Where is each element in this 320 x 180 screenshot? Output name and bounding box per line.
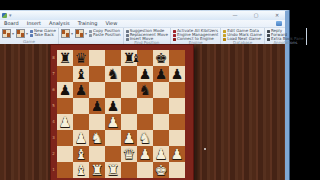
square-h4[interactable]	[169, 114, 185, 130]
rank-label-2: 2	[50, 146, 57, 162]
square-b6[interactable]: ♟	[73, 82, 89, 98]
square-e1[interactable]	[121, 162, 137, 178]
square-d5[interactable]: ♟	[105, 98, 121, 114]
square-d3[interactable]	[105, 130, 121, 146]
command-icon	[30, 34, 33, 37]
square-c8[interactable]	[89, 50, 105, 66]
piece-white-king[interactable]: ♚	[153, 162, 169, 178]
dropdown-caret-icon: ▾	[12, 30, 14, 37]
maximize-button[interactable]: ▢	[251, 11, 261, 20]
rank-label-7: 7	[50, 66, 57, 82]
square-a4[interactable]: ♟	[57, 114, 73, 130]
square-g7[interactable]: ♟	[153, 66, 169, 82]
tab-analysis[interactable]: Analysis	[45, 20, 74, 27]
piece-white-queen[interactable]: ♛	[121, 146, 137, 162]
square-a2[interactable]	[57, 146, 73, 162]
piece-black-pawn[interactable]: ♟	[89, 98, 105, 114]
piece-white-pawn[interactable]: ♟	[73, 130, 89, 146]
square-h3[interactable]	[169, 130, 185, 146]
help-icon[interactable]	[276, 21, 282, 26]
desktop: { "game": { "name": "chess", "position":…	[0, 0, 320, 180]
square-g5[interactable]	[153, 98, 169, 114]
board-thumbnail-icon	[2, 29, 11, 38]
rank-label-8: 8	[50, 50, 57, 66]
ribbon-big-button[interactable]: ▾	[75, 29, 87, 38]
piece-black-pawn[interactable]: ♟	[169, 66, 185, 82]
square-f3[interactable]: ♞	[137, 130, 153, 146]
tab-training[interactable]: Training	[74, 20, 102, 27]
square-d8[interactable]	[105, 50, 121, 66]
ribbon-big-button[interactable]: ▾	[16, 29, 28, 38]
piece-white-pawn[interactable]: ♟	[121, 130, 137, 146]
rank-labels: 87654321	[50, 50, 57, 178]
rank-label-3: 3	[50, 130, 57, 146]
close-button[interactable]: ✕	[272, 11, 282, 20]
dropdown-caret-icon: ▾	[85, 30, 87, 37]
tab-view[interactable]: View	[101, 20, 121, 27]
ribbon-group-engine: Activate All KibitzersEngine ManagementC…	[171, 28, 221, 45]
ribbon-command-take-back[interactable]: Take Back	[30, 33, 56, 37]
ribbon-big-button[interactable]: ▾	[2, 29, 14, 38]
board-thumbnail-icon	[61, 29, 70, 38]
chess-board[interactable]: ♜♛♜♚♝♞♟♟♟♟♟♞♟♟♟♟♟♞♟♞♝♛♟♟♟♝♜♜♚	[57, 50, 185, 178]
square-e3[interactable]: ♟	[121, 130, 137, 146]
ribbon-command-paste-position[interactable]: Paste Position	[89, 33, 121, 37]
ribbon-group-database: Edit Game DataUndo Mark GameLoad Next Ga…	[221, 28, 265, 45]
square-c6[interactable]	[89, 82, 105, 98]
ribbon-tab-row: Board Insert Analysis Training View	[0, 20, 285, 28]
minimize-button[interactable]: —	[230, 11, 240, 20]
square-h5[interactable]	[169, 98, 185, 114]
square-e7[interactable]	[121, 66, 137, 82]
square-d4[interactable]: ♟	[105, 114, 121, 130]
square-a3[interactable]	[57, 130, 73, 146]
square-c1[interactable]: ♜	[89, 162, 105, 178]
command-label: Take Back	[34, 33, 54, 37]
dragged-black-bishop-piece[interactable]: ♝	[131, 53, 141, 64]
square-f5[interactable]	[137, 98, 153, 114]
ribbon-big-button[interactable]: ▾	[61, 29, 73, 38]
square-b4[interactable]	[73, 114, 89, 130]
piece-black-pawn[interactable]: ♟	[57, 82, 73, 98]
window-controls: — ▢ ✕	[230, 11, 282, 20]
ribbon-group-game: ▾▾New GameTake BackGame	[0, 28, 59, 45]
piece-black-pawn[interactable]: ♟	[153, 66, 169, 82]
quick-access-caret-icon[interactable]: ▾	[9, 12, 12, 18]
square-b5[interactable]	[73, 98, 89, 114]
piece-white-pawn[interactable]: ♟	[57, 114, 73, 130]
square-a5[interactable]	[57, 98, 73, 114]
square-d1[interactable]: ♜	[105, 162, 121, 178]
piece-white-pawn[interactable]: ♟	[169, 146, 185, 162]
rank-label-4: 4	[50, 114, 57, 130]
piece-white-rook[interactable]: ♜	[89, 162, 105, 178]
square-h1[interactable]	[169, 162, 185, 178]
square-d6[interactable]	[105, 82, 121, 98]
piece-white-pawn[interactable]: ♟	[105, 114, 121, 130]
square-c4[interactable]	[89, 114, 105, 130]
square-a1[interactable]	[57, 162, 73, 178]
square-g2[interactable]: ♟	[153, 146, 169, 162]
square-f2[interactable]: ♟	[137, 146, 153, 162]
square-d2[interactable]	[105, 146, 121, 162]
piece-black-rook[interactable]: ♜	[57, 50, 73, 66]
command-label: Paste Position	[93, 33, 121, 37]
piece-black-pawn[interactable]: ♟	[73, 82, 89, 98]
piece-black-knight[interactable]: ♞	[105, 66, 121, 82]
square-g1[interactable]: ♚	[153, 162, 169, 178]
piece-white-pawn[interactable]: ♟	[153, 146, 169, 162]
square-c3[interactable]: ♞	[89, 130, 105, 146]
piece-black-knight[interactable]: ♞	[137, 82, 153, 98]
rank-label-1: 1	[50, 162, 57, 178]
piece-black-queen[interactable]: ♛	[73, 50, 89, 66]
app-icon	[2, 13, 7, 18]
square-b3[interactable]: ♟	[73, 130, 89, 146]
square-b8[interactable]: ♛	[73, 50, 89, 66]
square-a8[interactable]: ♜	[57, 50, 73, 66]
square-f6[interactable]: ♞	[137, 82, 153, 98]
piece-white-bishop[interactable]: ♝	[73, 162, 89, 178]
square-g6[interactable]	[153, 82, 169, 98]
piece-black-pawn[interactable]: ♟	[137, 66, 153, 82]
ribbon-group-annotations: ReplyForwardExtra Book PaneAnnotations	[265, 28, 307, 45]
square-a6[interactable]: ♟	[57, 82, 73, 98]
board-thumbnail-icon	[75, 29, 84, 38]
square-f7[interactable]: ♟	[137, 66, 153, 82]
tab-insert[interactable]: Insert	[23, 20, 45, 27]
square-e6[interactable]	[121, 82, 137, 98]
square-h2[interactable]: ♟	[169, 146, 185, 162]
square-a7[interactable]	[57, 66, 73, 82]
piece-black-pawn[interactable]: ♟	[105, 98, 121, 114]
piece-white-knight[interactable]: ♞	[89, 130, 105, 146]
square-f1[interactable]	[137, 162, 153, 178]
square-c7[interactable]	[89, 66, 105, 82]
titlebar[interactable]: ▾ — ▢ ✕	[0, 11, 285, 20]
ribbon-group-1: ▾▾Copy PositionPaste Position	[59, 28, 124, 45]
square-g8[interactable]: ♚	[153, 50, 169, 66]
rank-label-5: 5	[50, 98, 57, 114]
square-e5[interactable]	[121, 98, 137, 114]
piece-white-pawn[interactable]: ♟	[137, 146, 153, 162]
square-b7[interactable]: ♝	[73, 66, 89, 82]
dropdown-caret-icon: ▾	[26, 30, 28, 37]
piece-white-bishop[interactable]: ♝	[73, 146, 89, 162]
square-f4[interactable]	[137, 114, 153, 130]
piece-white-knight[interactable]: ♞	[137, 130, 153, 146]
square-g3[interactable]	[153, 130, 169, 146]
square-b2[interactable]: ♝	[73, 146, 89, 162]
mouse-cursor-dot	[204, 148, 206, 150]
rank-label-6: 6	[50, 82, 57, 98]
piece-black-bishop[interactable]: ♝	[73, 66, 89, 82]
command-icon	[89, 34, 92, 37]
ribbon-group-find-position: Suggestion ModeReplacement MoveInsert Mo…	[124, 28, 171, 45]
square-e4[interactable]	[121, 114, 137, 130]
square-c2[interactable]	[89, 146, 105, 162]
square-c5[interactable]: ♟	[89, 98, 105, 114]
square-g4[interactable]	[153, 114, 169, 130]
board-thumbnail-icon	[16, 29, 25, 38]
square-h6[interactable]	[169, 82, 185, 98]
square-e2[interactable]: ♛	[121, 146, 137, 162]
piece-white-rook[interactable]: ♜	[105, 162, 121, 178]
dropdown-caret-icon: ▾	[71, 30, 73, 37]
piece-black-king[interactable]: ♚	[153, 50, 169, 66]
square-h8[interactable]	[169, 50, 185, 66]
square-b1[interactable]: ♝	[73, 162, 89, 178]
tab-board[interactable]: Board	[0, 20, 23, 27]
square-d7[interactable]: ♞	[105, 66, 121, 82]
square-h7[interactable]: ♟	[169, 66, 185, 82]
